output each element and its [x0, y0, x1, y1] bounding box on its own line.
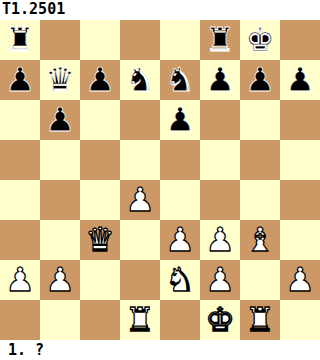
white-king[interactable]: ♚: [205, 300, 235, 340]
move-prompt: 1. ?: [0, 340, 320, 360]
white-pawn[interactable]: ♟: [125, 180, 155, 220]
square-e6[interactable]: ♟: [160, 100, 200, 140]
square-d7[interactable]: ♞: [120, 60, 160, 100]
white-bishop[interactable]: ♝: [245, 220, 275, 260]
black-king[interactable]: ♚: [245, 20, 275, 60]
square-c2[interactable]: [80, 260, 120, 300]
white-queen[interactable]: ♛: [85, 220, 115, 260]
square-b6[interactable]: ♟: [40, 100, 80, 140]
square-g6[interactable]: [240, 100, 280, 140]
square-e4[interactable]: [160, 180, 200, 220]
square-d6[interactable]: [120, 100, 160, 140]
square-f6[interactable]: [200, 100, 240, 140]
square-g1[interactable]: ♜: [240, 300, 280, 340]
square-f7[interactable]: ♟: [200, 60, 240, 100]
black-knight[interactable]: ♞: [125, 60, 155, 100]
square-a6[interactable]: [0, 100, 40, 140]
white-rook[interactable]: ♜: [125, 300, 155, 340]
square-e1[interactable]: [160, 300, 200, 340]
square-h4[interactable]: [280, 180, 320, 220]
white-pawn[interactable]: ♟: [285, 260, 315, 300]
square-b2[interactable]: ♟: [40, 260, 80, 300]
white-pawn[interactable]: ♟: [165, 220, 195, 260]
square-b5[interactable]: [40, 140, 80, 180]
chess-board: ♜♜♚♟♛♟♞♞♟♟♟♟♟♟♛♟♟♝♟♟♞♟♟♜♚♜: [0, 20, 320, 340]
square-b1[interactable]: [40, 300, 80, 340]
black-pawn[interactable]: ♟: [285, 60, 315, 100]
square-h7[interactable]: ♟: [280, 60, 320, 100]
puzzle-title: T1.2501: [0, 0, 320, 20]
square-f5[interactable]: [200, 140, 240, 180]
white-pawn[interactable]: ♟: [205, 220, 235, 260]
black-knight[interactable]: ♞: [165, 60, 195, 100]
square-c5[interactable]: [80, 140, 120, 180]
square-d1[interactable]: ♜: [120, 300, 160, 340]
square-a2[interactable]: ♟: [0, 260, 40, 300]
square-d5[interactable]: [120, 140, 160, 180]
black-pawn[interactable]: ♟: [165, 100, 195, 140]
square-e7[interactable]: ♞: [160, 60, 200, 100]
square-h5[interactable]: [280, 140, 320, 180]
square-c3[interactable]: ♛: [80, 220, 120, 260]
white-rook[interactable]: ♜: [245, 300, 275, 340]
square-e5[interactable]: [160, 140, 200, 180]
black-pawn[interactable]: ♟: [5, 60, 35, 100]
square-g4[interactable]: [240, 180, 280, 220]
square-f4[interactable]: [200, 180, 240, 220]
white-knight[interactable]: ♞: [165, 260, 195, 300]
square-b4[interactable]: [40, 180, 80, 220]
square-a4[interactable]: [0, 180, 40, 220]
square-g5[interactable]: [240, 140, 280, 180]
square-a8[interactable]: ♜: [0, 20, 40, 60]
white-pawn[interactable]: ♟: [205, 260, 235, 300]
square-h6[interactable]: [280, 100, 320, 140]
square-h2[interactable]: ♟: [280, 260, 320, 300]
black-pawn[interactable]: ♟: [45, 100, 75, 140]
black-rook[interactable]: ♜: [205, 20, 235, 60]
square-b8[interactable]: [40, 20, 80, 60]
square-g8[interactable]: ♚: [240, 20, 280, 60]
white-pawn[interactable]: ♟: [45, 260, 75, 300]
square-d8[interactable]: [120, 20, 160, 60]
square-g2[interactable]: [240, 260, 280, 300]
white-pawn[interactable]: ♟: [5, 260, 35, 300]
square-f8[interactable]: ♜: [200, 20, 240, 60]
black-pawn[interactable]: ♟: [245, 60, 275, 100]
square-a5[interactable]: [0, 140, 40, 180]
square-f2[interactable]: ♟: [200, 260, 240, 300]
square-g3[interactable]: ♝: [240, 220, 280, 260]
square-c6[interactable]: [80, 100, 120, 140]
square-f3[interactable]: ♟: [200, 220, 240, 260]
square-c1[interactable]: [80, 300, 120, 340]
square-h1[interactable]: [280, 300, 320, 340]
square-b3[interactable]: [40, 220, 80, 260]
black-rook[interactable]: ♜: [5, 20, 35, 60]
square-a7[interactable]: ♟: [0, 60, 40, 100]
square-a3[interactable]: [0, 220, 40, 260]
black-pawn[interactable]: ♟: [85, 60, 115, 100]
square-h8[interactable]: [280, 20, 320, 60]
black-queen[interactable]: ♛: [45, 60, 75, 100]
square-e8[interactable]: [160, 20, 200, 60]
square-c7[interactable]: ♟: [80, 60, 120, 100]
square-b7[interactable]: ♛: [40, 60, 80, 100]
square-a1[interactable]: [0, 300, 40, 340]
square-c8[interactable]: [80, 20, 120, 60]
square-f1[interactable]: ♚: [200, 300, 240, 340]
square-c4[interactable]: [80, 180, 120, 220]
black-pawn[interactable]: ♟: [205, 60, 235, 100]
square-e2[interactable]: ♞: [160, 260, 200, 300]
square-h3[interactable]: [280, 220, 320, 260]
square-d2[interactable]: [120, 260, 160, 300]
square-e3[interactable]: ♟: [160, 220, 200, 260]
square-d3[interactable]: [120, 220, 160, 260]
square-g7[interactable]: ♟: [240, 60, 280, 100]
square-d4[interactable]: ♟: [120, 180, 160, 220]
